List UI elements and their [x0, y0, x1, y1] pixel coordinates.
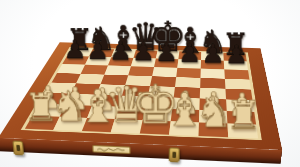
square-h1: ♜: [227, 124, 258, 139]
black-pawn-c7: ♟: [108, 38, 131, 64]
black-pawn-a7: ♟: [63, 37, 86, 63]
board-right-edge: [260, 48, 283, 164]
black-pawn-b7: ♟: [86, 38, 109, 64]
square-b7: ♟: [85, 56, 111, 65]
black-pawn-g7: ♟: [201, 41, 224, 67]
black-pawn-d7: ♟: [131, 39, 154, 65]
nameplate-engraving-icon: [96, 146, 127, 153]
chess-board: ♜♞♝♛♚♝♞♜♟♟♟♟♟♟♟♟♟♟♟♟♟♟♟♟♜♞♝♛♚♝♞♜: [0, 42, 282, 150]
black-pawn-e7: ♟: [154, 40, 177, 66]
black-pawn-f7: ♟: [178, 40, 201, 66]
brass-clasp-right-icon: [169, 147, 180, 162]
white-rook-h1: ♜: [225, 95, 261, 135]
clasp-keyhole-icon: [172, 152, 176, 158]
black-pawn-h7: ♟: [224, 42, 247, 68]
brass-nameplate: [93, 145, 131, 154]
brass-clasp-left-icon: [12, 140, 24, 155]
clasp-keyhole-icon: [16, 145, 20, 151]
product-photo-stage: ♜♞♝♛♚♝♞♜♟♟♟♟♟♟♟♟♟♟♟♟♟♟♟♟♜♞♝♛♚♝♞♜: [0, 0, 300, 167]
board-front-edge: [0, 138, 282, 164]
square-g1: ♞: [199, 122, 229, 137]
